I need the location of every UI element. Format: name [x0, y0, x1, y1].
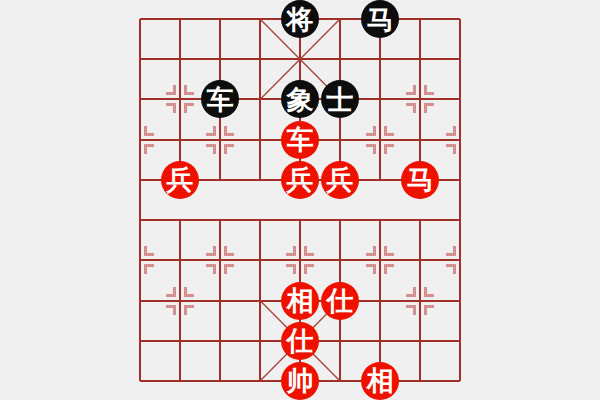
point-mark-bracket [406, 103, 416, 113]
point-mark-bracket [366, 144, 376, 154]
piece-red-elephant[interactable]: 相 [361, 362, 399, 400]
board-point[interactable] [360, 321, 400, 361]
point-mark-bracket [446, 246, 456, 256]
board-point[interactable] [360, 120, 400, 160]
board-point[interactable] [320, 0, 360, 39]
point-mark-bracket [184, 305, 194, 315]
board-point[interactable]: 兵 [160, 160, 200, 200]
board-point[interactable]: 相 [280, 281, 320, 321]
board-point[interactable] [440, 0, 480, 39]
board-point[interactable] [360, 160, 400, 200]
xiangqi-app-screen: 将马车象士车兵兵兵马相仕仕帅相 [0, 0, 600, 400]
point-mark-bracket [144, 144, 154, 154]
board-point[interactable] [160, 79, 200, 119]
board-point[interactable] [120, 120, 160, 160]
board-point[interactable] [200, 321, 240, 361]
point-mark-bracket [286, 264, 296, 274]
board-point[interactable] [240, 0, 280, 39]
point-mark-bracket [446, 264, 456, 274]
piece-red-elephant[interactable]: 相 [281, 282, 319, 320]
board-point[interactable] [360, 79, 400, 119]
board-point[interactable] [320, 120, 360, 160]
board-point[interactable] [440, 79, 480, 119]
point-mark [440, 240, 480, 280]
board-point[interactable] [200, 240, 240, 280]
board-point[interactable] [120, 240, 160, 280]
board-point[interactable] [240, 200, 280, 240]
board-point[interactable] [240, 281, 280, 321]
point-mark-bracket [166, 287, 176, 297]
point-mark-bracket [304, 246, 314, 256]
piece-black-chariot[interactable]: 车 [201, 80, 239, 118]
board-point[interactable] [200, 160, 240, 200]
board-point[interactable]: 仕 [320, 281, 360, 321]
point-mark-bracket [206, 144, 216, 154]
piece-red-horse[interactable]: 马 [401, 161, 439, 199]
point-mark-bracket [144, 126, 154, 136]
point-mark [160, 79, 200, 119]
board-point[interactable] [200, 120, 240, 160]
board-point[interactable]: 马 [360, 0, 400, 39]
board-point[interactable]: 马 [400, 160, 440, 200]
point-mark-bracket [184, 85, 194, 95]
point-mark-bracket [366, 246, 376, 256]
board-point[interactable]: 士 [320, 79, 360, 119]
board-point[interactable] [240, 79, 280, 119]
board-point[interactable] [400, 120, 440, 160]
board-point[interactable] [440, 361, 480, 400]
point-mark-bracket [366, 264, 376, 274]
point-mark [400, 281, 440, 321]
board-point[interactable] [400, 0, 440, 39]
piece-red-chariot[interactable]: 车 [281, 121, 319, 159]
board-point[interactable] [360, 39, 400, 79]
point-mark-bracket [406, 287, 416, 297]
board-point[interactable] [360, 200, 400, 240]
board-point[interactable] [440, 240, 480, 280]
board-point[interactable] [160, 39, 200, 79]
point-mark-bracket [406, 85, 416, 95]
point-mark-bracket [406, 305, 416, 315]
board-point[interactable] [160, 281, 200, 321]
piece-red-advisor[interactable]: 仕 [281, 322, 319, 360]
board-point[interactable] [160, 240, 200, 280]
board-point[interactable] [400, 321, 440, 361]
point-mark [360, 240, 400, 280]
point-mark [400, 79, 440, 119]
piece-black-advisor[interactable]: 士 [321, 80, 359, 118]
board-point[interactable] [440, 200, 480, 240]
board-point[interactable] [160, 321, 200, 361]
piece-red-soldier[interactable]: 兵 [281, 161, 319, 199]
board-point[interactable]: 帅 [280, 361, 320, 400]
point-mark-bracket [166, 305, 176, 315]
board-point[interactable] [280, 240, 320, 280]
point-mark [160, 281, 200, 321]
board-point[interactable] [240, 39, 280, 79]
board-point[interactable]: 将 [280, 0, 320, 39]
piece-black-horse[interactable]: 马 [361, 0, 399, 38]
board-point[interactable] [400, 281, 440, 321]
point-mark-bracket [184, 103, 194, 113]
board-point[interactable] [400, 240, 440, 280]
board-point[interactable] [160, 120, 200, 160]
point-mark [200, 120, 240, 160]
point-mark [120, 120, 160, 160]
board-point[interactable] [120, 200, 160, 240]
point-mark [440, 120, 480, 160]
board-point[interactable] [440, 160, 480, 200]
point-mark-bracket [166, 85, 176, 95]
point-mark-bracket [144, 246, 154, 256]
board-point[interactable] [120, 361, 160, 400]
board-point[interactable] [280, 39, 320, 79]
board-point[interactable] [280, 200, 320, 240]
board-point[interactable] [120, 321, 160, 361]
point-mark-bracket [424, 287, 434, 297]
point-mark-bracket [424, 305, 434, 315]
board-point[interactable] [200, 361, 240, 400]
board-point[interactable]: 车 [280, 120, 320, 160]
board-point[interactable] [120, 79, 160, 119]
point-mark-bracket [304, 264, 314, 274]
point-mark-bracket [446, 144, 456, 154]
board-point[interactable] [240, 240, 280, 280]
point-mark-bracket [166, 103, 176, 113]
point-mark-bracket [224, 264, 234, 274]
board-point[interactable] [400, 79, 440, 119]
board-point[interactable] [440, 39, 480, 79]
board-point[interactable]: 仕 [280, 321, 320, 361]
point-mark-bracket [384, 246, 394, 256]
board-point[interactable] [160, 200, 200, 240]
piece-red-soldier[interactable]: 兵 [161, 161, 199, 199]
xiangqi-board: 将马车象士车兵兵兵马相仕仕帅相 [120, 0, 480, 400]
board-point[interactable]: 象 [280, 79, 320, 119]
point-mark-bracket [424, 103, 434, 113]
board-point[interactable] [320, 361, 360, 400]
board-point[interactable] [320, 240, 360, 280]
board-point[interactable] [120, 281, 160, 321]
point-mark-bracket [384, 264, 394, 274]
board-point[interactable] [240, 120, 280, 160]
board-point[interactable] [360, 240, 400, 280]
point-mark-bracket [366, 126, 376, 136]
board-point[interactable] [240, 361, 280, 400]
piece-red-soldier[interactable]: 兵 [321, 161, 359, 199]
board-point[interactable] [160, 0, 200, 39]
board-point[interactable] [440, 321, 480, 361]
board-point[interactable] [440, 281, 480, 321]
piece-red-advisor[interactable]: 仕 [321, 282, 359, 320]
board-point[interactable] [240, 321, 280, 361]
board-point[interactable]: 相 [360, 361, 400, 400]
board-point[interactable] [440, 120, 480, 160]
point-mark-bracket [206, 246, 216, 256]
board-point[interactable] [320, 321, 360, 361]
point-mark-bracket [384, 144, 394, 154]
point-mark [120, 240, 160, 280]
point-mark [200, 240, 240, 280]
piece-black-general[interactable]: 将 [281, 0, 319, 38]
point-mark-bracket [224, 126, 234, 136]
point-mark-bracket [184, 287, 194, 297]
piece-red-general[interactable]: 帅 [281, 362, 319, 400]
board-point[interactable] [160, 361, 200, 400]
board-point[interactable] [200, 0, 240, 39]
board-point[interactable]: 兵 [280, 160, 320, 200]
board-point[interactable] [120, 160, 160, 200]
point-mark [280, 240, 320, 280]
board-point[interactable] [360, 281, 400, 321]
point-mark [360, 120, 400, 160]
point-mark-bracket [286, 246, 296, 256]
board-point[interactable]: 兵 [320, 160, 360, 200]
board-point[interactable] [400, 39, 440, 79]
board-point[interactable] [200, 39, 240, 79]
board-point[interactable] [120, 0, 160, 39]
point-mark-bracket [224, 144, 234, 154]
board-point[interactable] [400, 361, 440, 400]
point-mark-bracket [206, 126, 216, 136]
board-point[interactable] [200, 281, 240, 321]
board-point[interactable] [200, 200, 240, 240]
point-mark-bracket [384, 126, 394, 136]
point-mark-bracket [446, 126, 456, 136]
board-point[interactable] [320, 39, 360, 79]
board-point[interactable]: 车 [200, 79, 240, 119]
point-mark-bracket [206, 264, 216, 274]
board-point[interactable] [120, 39, 160, 79]
board-point[interactable] [400, 200, 440, 240]
point-mark-bracket [224, 246, 234, 256]
point-mark-bracket [144, 264, 154, 274]
board-point[interactable] [240, 160, 280, 200]
board-point[interactable] [320, 200, 360, 240]
point-mark-bracket [424, 85, 434, 95]
piece-black-elephant[interactable]: 象 [281, 80, 319, 118]
